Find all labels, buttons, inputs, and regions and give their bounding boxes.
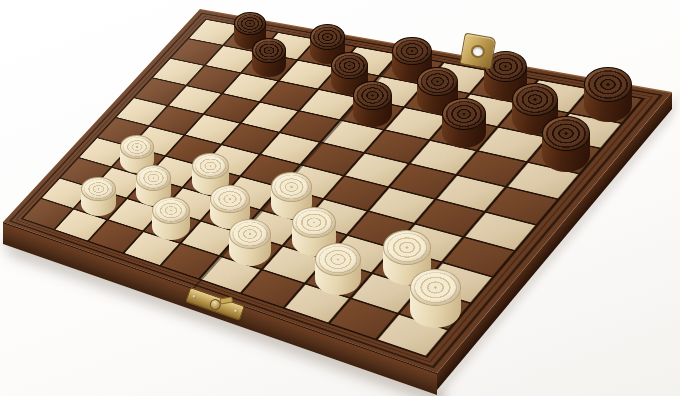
light-man-c5-r8[interactable]: ⛀: [229, 219, 271, 266]
light-man-c7-r8[interactable]: ⛀: [315, 243, 361, 295]
brass-clasp-icon[interactable]: [459, 32, 496, 69]
photo-stage: ⛂⛂⛂⛂⛂⛂⛂⛂⛂⛂⛂⛂⛀⛀⛀⛀⛀⛀⛀⛀⛀⛀⛀⛀: [0, 0, 680, 396]
latch-screw-right: [233, 309, 238, 314]
clasp-hole: [470, 44, 486, 59]
light-man-c9-r8[interactable]: ⛀: [410, 269, 461, 327]
light-man-c1-r8[interactable]: ⛀: [81, 177, 115, 216]
dark-man-c7-r2[interactable]: ⛂: [442, 98, 486, 148]
dark-man-c9-r2[interactable]: ⛂: [542, 116, 591, 172]
latch-hook: [219, 297, 233, 305]
dark-man-c9-r0[interactable]: ⛂: [584, 67, 632, 122]
dark-man-c5-r2[interactable]: ⛂: [353, 81, 393, 126]
dark-man-c2-r1[interactable]: ⛂: [252, 38, 286, 77]
latch-screw-left: [192, 294, 197, 299]
light-man-c3-r8[interactable]: ⛀: [152, 197, 190, 240]
